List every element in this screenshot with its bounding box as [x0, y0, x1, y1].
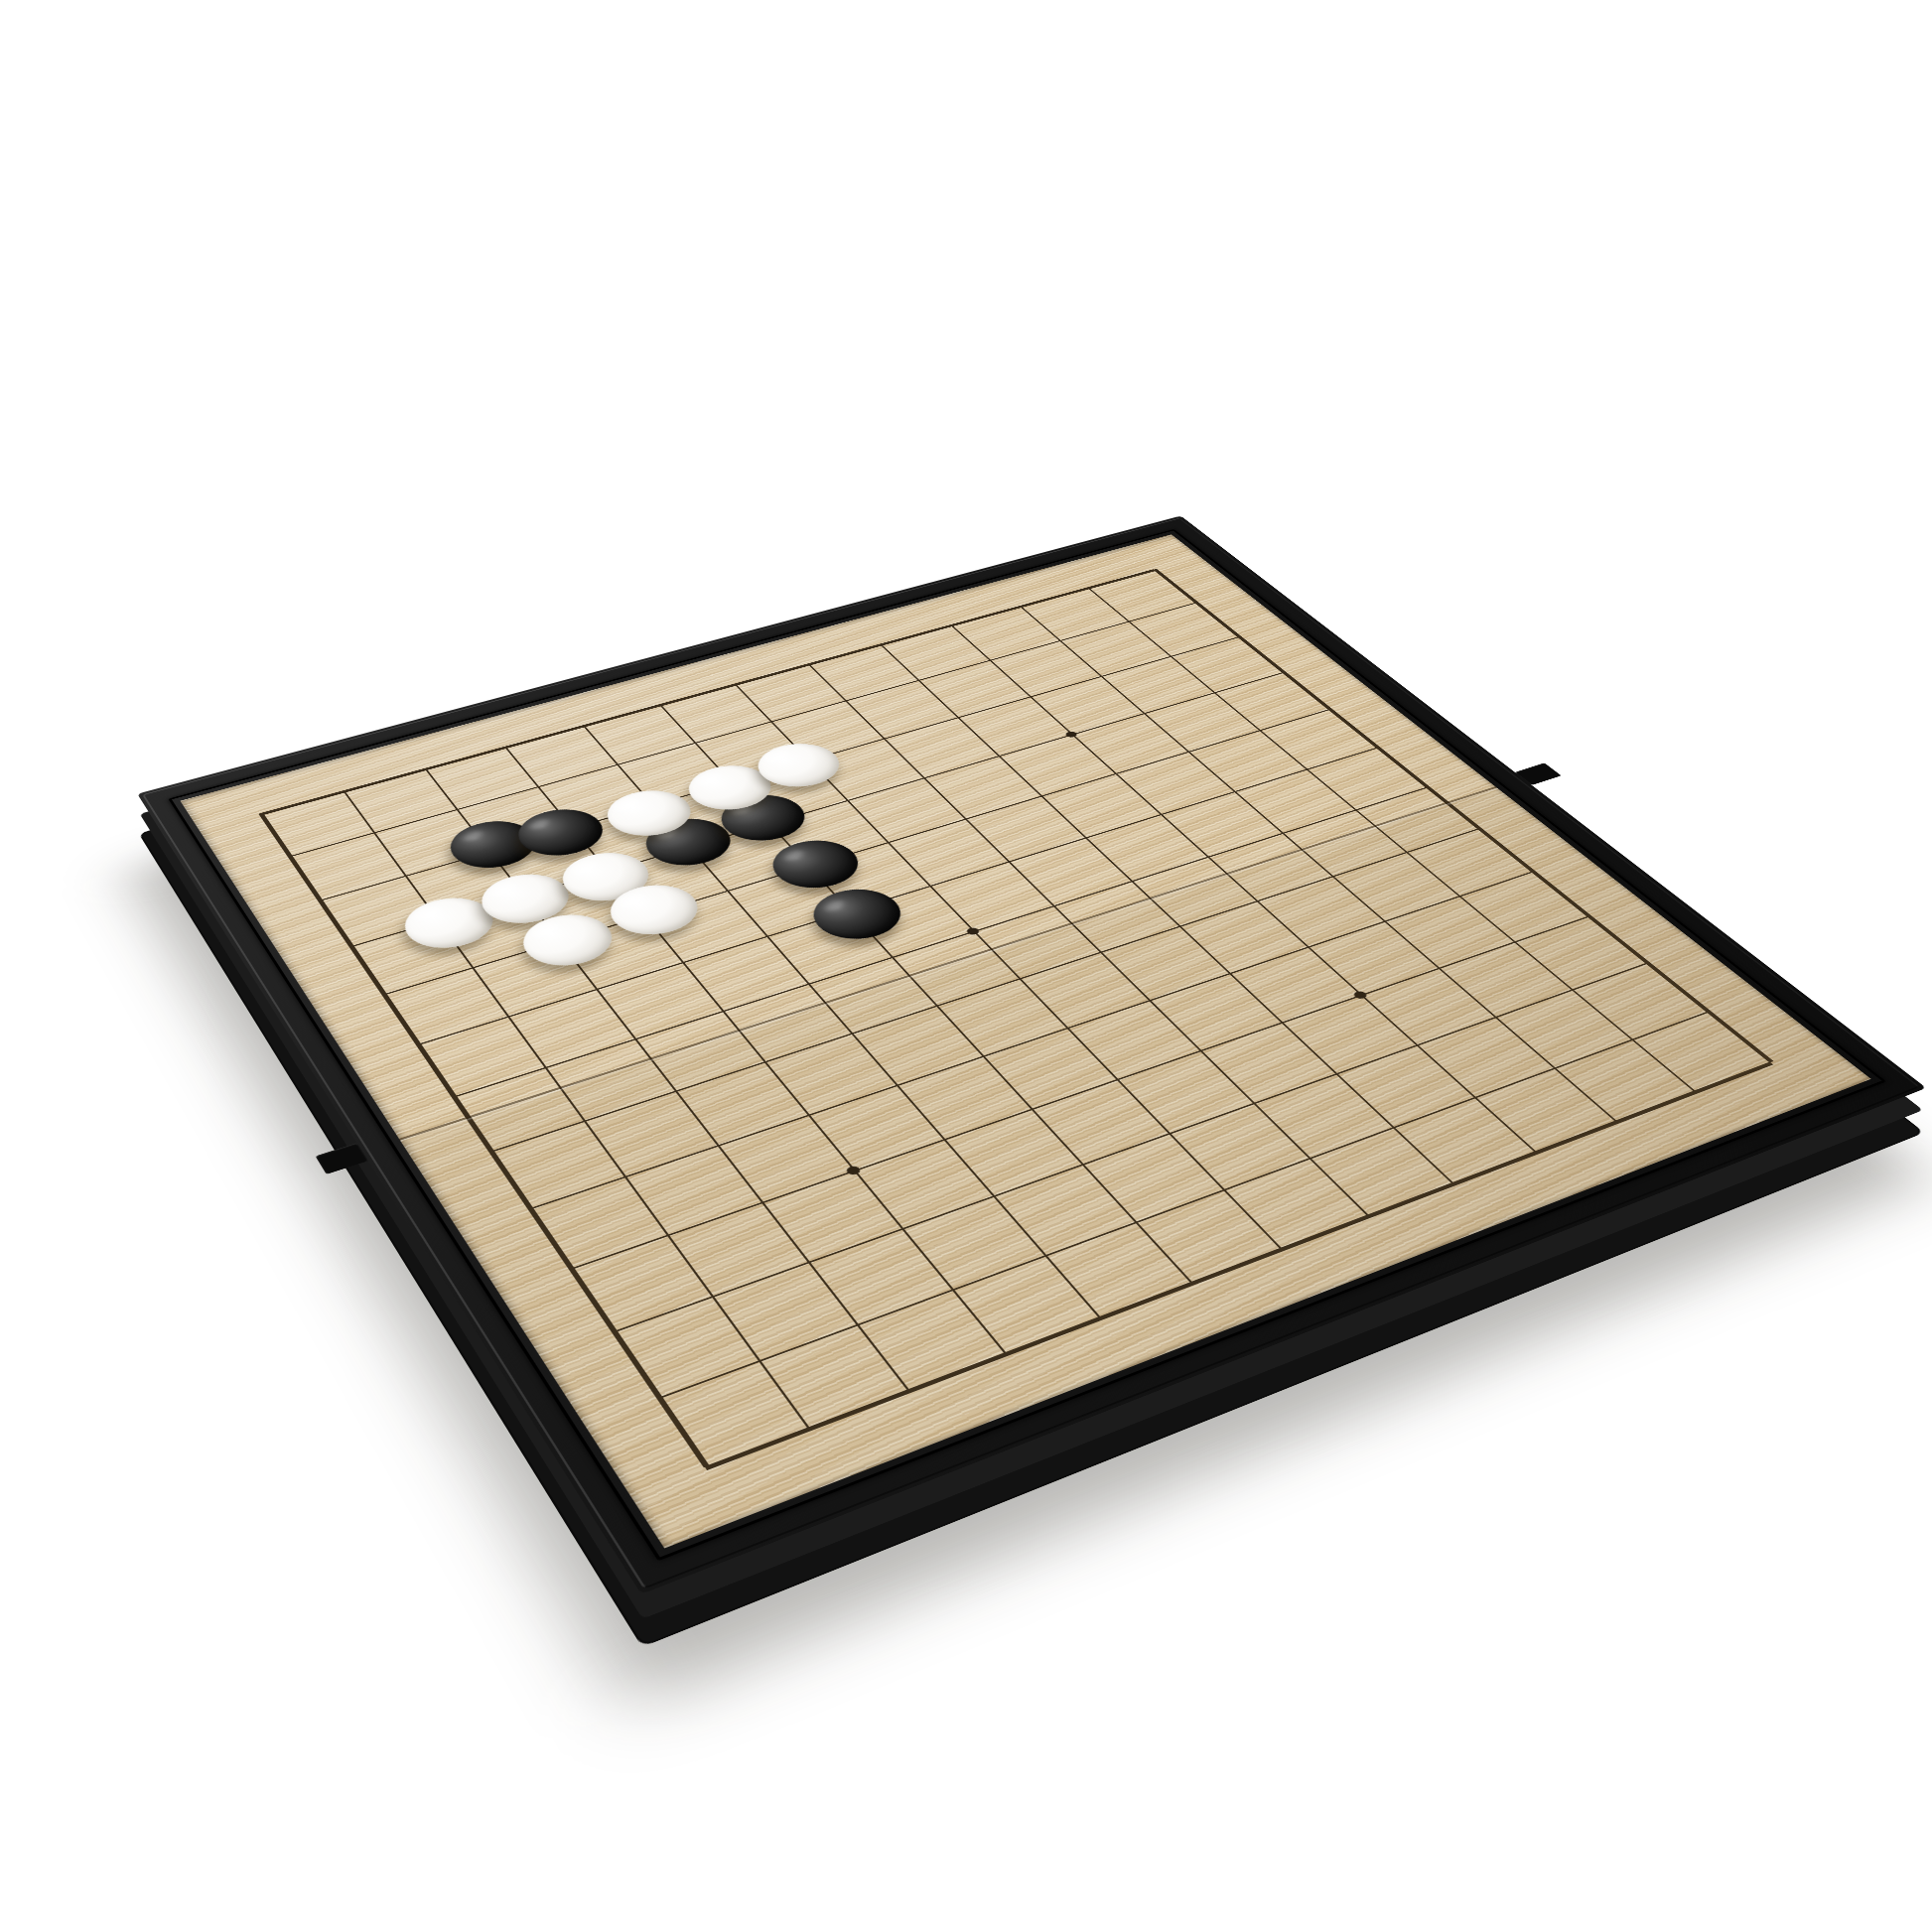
go-board — [137, 515, 1926, 1594]
scene — [0, 0, 1932, 1932]
board-perspective-wrapper — [137, 515, 1926, 1594]
product-photo-background — [0, 0, 1932, 1932]
board-surface — [180, 534, 1870, 1548]
hinge-notch-right — [1515, 762, 1562, 785]
